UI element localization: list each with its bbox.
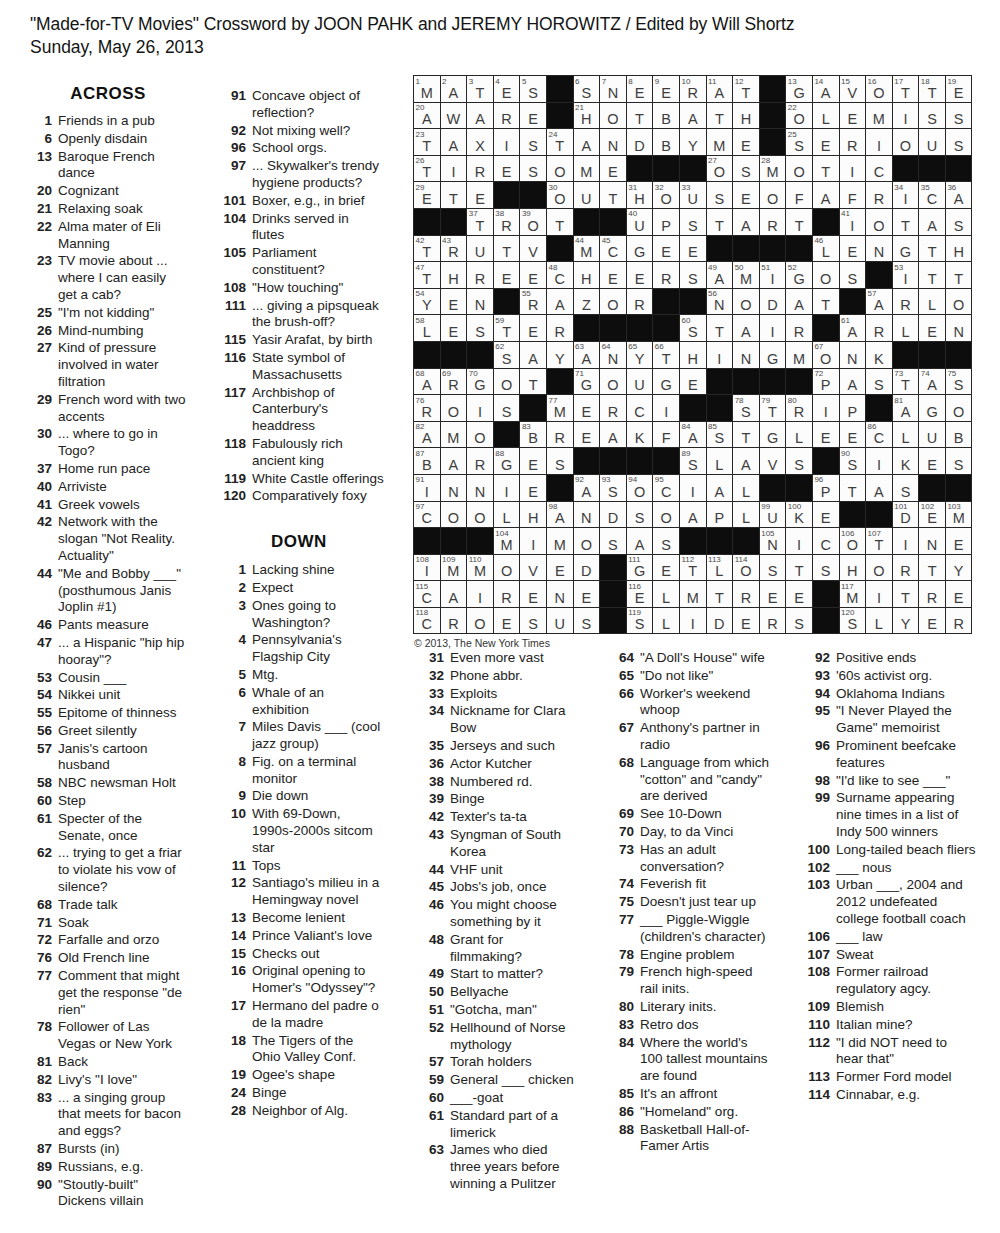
clue-item[interactable]: 118Fabulously rich ancient king [214,436,384,470]
grid-cell[interactable]: N [733,342,759,368]
clue-item[interactable]: 43Syngman of South Korea [418,827,578,861]
clue-item[interactable]: 60Step [28,793,188,810]
grid-cell[interactable]: 17T [893,76,919,102]
grid-cell[interactable]: 112T [680,555,706,581]
grid-cell[interactable]: 113L [707,555,733,581]
grid-cell[interactable]: E [627,262,653,288]
grid-cell[interactable]: O [494,555,520,581]
grid-cell[interactable]: V [520,555,546,581]
clue-item[interactable]: 78Engine problem [608,947,772,964]
clue-item[interactable]: 91Concave object of reflection? [214,88,384,122]
grid-cell[interactable]: 70G [467,369,493,395]
clue-item[interactable]: 87Bursts (in) [28,1141,188,1158]
grid-cell[interactable]: 114O [733,555,759,581]
grid-cell[interactable]: N [946,315,972,341]
grid-cell[interactable]: O [600,289,626,315]
grid-cell[interactable]: 100K [786,502,812,528]
clue-item[interactable]: 62... trying to get a friar to violate h… [28,845,188,895]
grid-cell[interactable]: A [547,289,573,315]
clue-item[interactable]: 77Comment that might get the response "d… [28,968,188,1018]
grid-cell[interactable]: 15V [840,76,866,102]
clue-item[interactable]: 90"Stoutly-built" Dickens villain [28,1177,188,1211]
grid-cell[interactable]: 111G [627,555,653,581]
clue-item[interactable]: 50Bellyache [418,984,578,1001]
grid-cell[interactable]: A [733,448,759,474]
grid-cell[interactable]: I [707,342,733,368]
grid-cell[interactable]: G [760,342,786,368]
grid-cell[interactable]: 7N [600,76,626,102]
grid-cell[interactable]: T [520,369,546,395]
grid-cell[interactable]: R [893,555,919,581]
grid-cell[interactable]: 56N [707,289,733,315]
grid-cell[interactable]: R [786,315,812,341]
grid-cell[interactable]: S [919,103,945,129]
grid-cell[interactable]: 30O [547,182,573,208]
clue-item[interactable]: 41Greek vowels [28,497,188,514]
grid-cell[interactable]: 13G [786,76,812,102]
grid-cell[interactable]: S [760,555,786,581]
clue-item[interactable]: 4Pennsylvania's Flagship City [214,632,384,666]
grid-cell[interactable]: A [600,422,626,448]
grid-cell[interactable]: N [467,289,493,315]
grid-cell[interactable]: O [494,369,520,395]
clue-item[interactable]: 48Grant for filmmaking? [418,932,578,966]
grid-cell[interactable]: I [893,103,919,129]
clue-item[interactable]: 44VHF unit [418,862,578,879]
clue-item[interactable]: 9Die down [214,788,384,805]
grid-cell[interactable]: O [600,103,626,129]
grid-cell[interactable]: D [760,289,786,315]
grid-cell[interactable]: T [813,156,839,182]
grid-cell[interactable]: R [866,182,892,208]
grid-cell[interactable]: T [707,581,733,607]
grid-cell[interactable]: E [441,289,467,315]
grid-cell[interactable]: S [946,129,972,155]
grid-cell[interactable]: E [733,182,759,208]
grid-cell[interactable]: B [946,422,972,448]
grid-cell[interactable]: S [653,528,679,554]
grid-cell[interactable]: S [680,262,706,288]
grid-cell[interactable]: E [680,369,706,395]
grid-cell[interactable]: 117M [840,581,866,607]
clue-item[interactable]: 21Relaxing soak [28,201,188,218]
grid-cell[interactable]: 58L [414,315,440,341]
grid-cell[interactable]: T [813,289,839,315]
grid-cell[interactable]: 66T [653,342,679,368]
grid-cell[interactable]: 10R [680,76,706,102]
grid-cell[interactable]: U [467,236,493,262]
grid-cell[interactable]: S [840,262,866,288]
clue-item[interactable]: 68Language from which "cotton" and "cand… [608,755,772,805]
grid-cell[interactable]: 47T [414,262,440,288]
grid-cell[interactable]: T [840,475,866,501]
clue-item[interactable]: 58NBC newsman Holt [28,775,188,792]
clue-item[interactable]: 61Standard part of a limerick [418,1108,578,1142]
grid-cell[interactable]: E [467,182,493,208]
grid-cell[interactable]: C [866,156,892,182]
grid-cell[interactable]: E [946,581,972,607]
grid-cell[interactable]: I [467,395,493,421]
clue-item[interactable]: 115Yasir Arafat, by birth [214,332,384,349]
clue-item[interactable]: 12Santiago's milieu in a Hemingway novel [214,875,384,909]
grid-cell[interactable]: E [813,502,839,528]
grid-cell[interactable]: O [866,555,892,581]
clue-item[interactable]: 71Soak [28,915,188,932]
grid-cell[interactable]: 20A [414,103,440,129]
grid-cell[interactable]: I [494,475,520,501]
grid-cell[interactable]: T [707,209,733,235]
grid-cell[interactable]: A [813,182,839,208]
grid-cell[interactable]: E [786,581,812,607]
grid-cell[interactable]: 83B [520,422,546,448]
grid-cell[interactable]: 107T [866,528,892,554]
grid-cell[interactable]: I [760,315,786,341]
grid-cell[interactable]: R [893,289,919,315]
grid-cell[interactable]: T [919,262,945,288]
clue-item[interactable]: 46You might choose something by it [418,897,578,931]
clue-item[interactable]: 2Expect [214,580,384,597]
grid-cell[interactable]: 106O [840,528,866,554]
grid-cell[interactable]: D [574,555,600,581]
grid-cell[interactable]: R [733,581,759,607]
grid-cell[interactable]: A [441,581,467,607]
grid-cell[interactable]: O [653,502,679,528]
grid-cell[interactable]: F [786,182,812,208]
clue-item[interactable]: 83... a singing group that meets for bac… [28,1090,188,1140]
grid-cell[interactable]: O [441,395,467,421]
grid-cell[interactable]: C [813,528,839,554]
grid-cell[interactable]: 80R [786,395,812,421]
grid-cell[interactable]: 25S [786,129,812,155]
clue-item[interactable]: 56Greet silently [28,723,188,740]
clue-item[interactable]: 18The Tigers of the Ohio Valley Conf. [214,1033,384,1067]
grid-cell[interactable]: E [574,422,600,448]
grid-cell[interactable]: E [520,581,546,607]
grid-cell[interactable]: 86C [866,422,892,448]
grid-cell[interactable]: 1M [414,76,440,102]
grid-cell[interactable]: 109M [441,555,467,581]
grid-cell[interactable]: E [919,448,945,474]
grid-cell[interactable]: I [866,581,892,607]
clue-item[interactable]: 44"Me and Bobby ___" (posthumous Janis J… [28,566,188,616]
clue-item[interactable]: 31Even more vast [418,650,578,667]
clue-item[interactable]: 82Livy's "I love" [28,1072,188,1089]
grid-cell[interactable]: 2A [441,76,467,102]
clue-item[interactable]: 94Oklahoma Indians [796,686,976,703]
clue-item[interactable]: 63James who died three years before winn… [418,1142,578,1192]
grid-cell[interactable]: U [627,369,653,395]
clue-item[interactable]: 114Cinnabar, e.g. [796,1087,976,1104]
grid-cell[interactable]: L [813,103,839,129]
grid-cell[interactable]: 105N [760,528,786,554]
clue-item[interactable]: 93'60s activist org. [796,668,976,685]
grid-cell[interactable]: U [574,182,600,208]
grid-cell[interactable]: B [653,129,679,155]
grid-cell[interactable]: 65Y [627,342,653,368]
grid-cell[interactable]: T [707,103,733,129]
grid-cell[interactable]: 8E [627,76,653,102]
grid-cell[interactable]: 29E [414,182,440,208]
grid-cell[interactable]: 92A [574,475,600,501]
grid-cell[interactable]: G [627,236,653,262]
clue-item[interactable]: 72Farfalle and orzo [28,932,188,949]
clue-item[interactable]: 7Miles Davis ___ (cool jazz group) [214,719,384,753]
grid-cell[interactable]: 38R [494,209,520,235]
grid-cell[interactable]: E [520,262,546,288]
clue-item[interactable]: 97... Skywalker's trendy hygiene product… [214,158,384,192]
clue-item[interactable]: 111... giving a pipsqueak the brush-off? [214,298,384,332]
grid-cell[interactable]: 14A [813,76,839,102]
grid-cell[interactable]: M [866,103,892,129]
grid-cell[interactable]: E [946,528,972,554]
grid-cell[interactable]: N [574,502,600,528]
clue-item[interactable]: 47... a Hispanic "hip hip hooray"? [28,635,188,669]
grid-cell[interactable]: T [786,209,812,235]
grid-cell[interactable]: 72P [813,369,839,395]
clue-item[interactable]: 1Friends in a pub [28,113,188,130]
grid-cell[interactable]: E [547,555,573,581]
clue-item[interactable]: 55Epitome of thinness [28,705,188,722]
grid-cell[interactable]: 5S [520,76,546,102]
clue-item[interactable]: 92Not mixing well? [214,123,384,140]
clue-item[interactable]: 65"Do not like" [608,668,772,685]
grid-cell[interactable]: 55R [520,289,546,315]
clue-item[interactable]: 36Actor Kutcher [418,756,578,773]
grid-cell[interactable]: 37T [467,209,493,235]
grid-cell[interactable]: 46L [813,236,839,262]
grid-cell[interactable]: 75S [946,369,972,395]
grid-cell[interactable]: 84A [680,422,706,448]
clue-item[interactable]: 98"I'd like to see ___" [796,773,976,790]
grid-cell[interactable]: S [866,369,892,395]
grid-cell[interactable]: V [520,236,546,262]
grid-cell[interactable]: O [813,262,839,288]
grid-cell[interactable]: A [919,209,945,235]
grid-cell[interactable]: 78S [733,395,759,421]
grid-cell[interactable]: S [946,103,972,129]
grid-cell[interactable]: U [547,608,573,634]
clue-item[interactable]: 76Old French line [28,950,188,967]
grid-cell[interactable]: T [600,182,626,208]
grid-cell[interactable]: L [786,422,812,448]
grid-cell[interactable]: 35C [919,182,945,208]
clue-item[interactable]: 20Cognizant [28,183,188,200]
grid-cell[interactable]: E [840,103,866,129]
grid-cell[interactable]: I [653,395,679,421]
grid-cell[interactable]: H [946,236,972,262]
clue-item[interactable]: 57Torah holders [418,1054,578,1071]
grid-cell[interactable]: N [840,342,866,368]
clue-item[interactable]: 79French high-speed rail inits. [608,964,772,998]
grid-cell[interactable]: S [733,156,759,182]
grid-cell[interactable]: M [574,156,600,182]
grid-cell[interactable]: T [441,182,467,208]
clue-item[interactable]: 25"I'm not kidding" [28,305,188,322]
grid-cell[interactable]: Y [547,342,573,368]
grid-cell[interactable]: 94O [627,475,653,501]
grid-cell[interactable]: D [600,502,626,528]
grid-cell[interactable]: 95C [653,475,679,501]
grid-cell[interactable]: 48C [547,262,573,288]
clue-item[interactable]: 69See 10-Down [608,806,772,823]
clue-item[interactable]: 6Whale of an exhibition [214,685,384,719]
clue-item[interactable]: 33Exploits [418,686,578,703]
grid-cell[interactable]: A [680,103,706,129]
grid-cell[interactable]: K [866,342,892,368]
clue-item[interactable]: 28Neighbor of Alg. [214,1103,384,1120]
grid-cell[interactable]: O [600,369,626,395]
grid-cell[interactable]: I [840,156,866,182]
grid-cell[interactable]: 98A [547,502,573,528]
grid-cell[interactable]: L [653,581,679,607]
grid-cell[interactable]: 40U [627,209,653,235]
clue-item[interactable]: 113Former Ford model [796,1069,976,1086]
clue-item[interactable]: 27Kind of pressure involved in water fil… [28,340,188,390]
grid-cell[interactable]: T [893,581,919,607]
grid-cell[interactable]: S [946,209,972,235]
clue-item[interactable]: 103Urban ___, 2004 and 2012 undefeated c… [796,877,976,927]
clue-item[interactable]: 120Comparatively foxy [214,488,384,505]
grid-cell[interactable]: O [786,156,812,182]
clue-item[interactable]: 42Network with the slogan "Not Reality. … [28,514,188,564]
grid-cell[interactable]: I [866,448,892,474]
clue-item[interactable]: 101Boxer, e.g., in brief [214,193,384,210]
clue-item[interactable]: 80Literary inits. [608,999,772,1016]
clue-item[interactable]: 105Parliament constituent? [214,245,384,279]
clue-item[interactable]: 30... where to go in Togo? [28,426,188,460]
clue-item[interactable]: 85It's an affront [608,1086,772,1103]
grid-cell[interactable]: O [760,182,786,208]
clue-item[interactable]: 119White Castle offerings [214,471,384,488]
grid-cell[interactable]: E [733,129,759,155]
grid-cell[interactable]: 26T [414,156,440,182]
grid-cell[interactable]: I [786,528,812,554]
grid-cell[interactable]: 88G [494,448,520,474]
grid-cell[interactable]: 115C [414,581,440,607]
grid-cell[interactable]: M [786,342,812,368]
grid-cell[interactable]: A [786,289,812,315]
grid-cell[interactable]: E [574,395,600,421]
clue-item[interactable]: 109Blemish [796,999,976,1016]
grid-cell[interactable]: 64N [600,342,626,368]
grid-cell[interactable]: O [467,608,493,634]
clue-item[interactable]: 38Numbered rd. [418,774,578,791]
grid-cell[interactable]: 6S [574,76,600,102]
clue-item[interactable]: 32Phone abbr. [418,668,578,685]
grid-cell[interactable]: E [653,555,679,581]
grid-cell[interactable]: R [946,608,972,634]
grid-cell[interactable]: P [653,209,679,235]
grid-cell[interactable]: S [547,448,573,474]
grid-cell[interactable]: A [441,448,467,474]
grid-cell[interactable]: G [893,236,919,262]
grid-cell[interactable]: E [520,103,546,129]
grid-cell[interactable]: I [680,608,706,634]
grid-cell[interactable]: S [520,156,546,182]
grid-cell[interactable]: N [919,528,945,554]
grid-cell[interactable]: R [467,156,493,182]
clue-item[interactable]: 112"I did NOT need to hear that" [796,1035,976,1069]
grid-cell[interactable]: R [760,209,786,235]
grid-cell[interactable]: R [840,129,866,155]
grid-cell[interactable]: I [494,129,520,155]
clue-item[interactable]: 70Day, to da Vinci [608,824,772,841]
clue-item[interactable]: 22Alma mater of Eli Manning [28,219,188,253]
grid-cell[interactable]: A [467,103,493,129]
grid-cell[interactable]: 96P [813,475,839,501]
grid-cell[interactable]: L [866,608,892,634]
grid-cell[interactable]: S [893,475,919,501]
grid-cell[interactable]: L [733,475,759,501]
grid-cell[interactable]: 43R [441,236,467,262]
grid-cell[interactable]: S [813,555,839,581]
grid-cell[interactable]: S [707,182,733,208]
clue-item[interactable]: 16Original opening to Homer's "Odyssey"? [214,963,384,997]
grid-cell[interactable]: M [680,581,706,607]
clue-item[interactable]: 59General ___ chicken [418,1072,578,1089]
grid-cell[interactable]: A [840,369,866,395]
grid-cell[interactable]: 54Y [414,289,440,315]
grid-cell[interactable]: R [653,262,679,288]
grid-cell[interactable]: 49A [707,262,733,288]
grid-cell[interactable]: I [441,156,467,182]
clue-item[interactable]: 95"I Never Played the Game" memoirist [796,703,976,737]
grid-cell[interactable]: 16O [866,76,892,102]
clue-item[interactable]: 81Back [28,1054,188,1071]
grid-cell[interactable]: 110M [467,555,493,581]
grid-cell[interactable]: T [707,315,733,341]
grid-cell[interactable]: 101D [893,502,919,528]
grid-cell[interactable]: 104M [494,528,520,554]
grid-cell[interactable]: 62S [494,342,520,368]
grid-cell[interactable]: D [707,608,733,634]
grid-cell[interactable]: R [467,262,493,288]
grid-cell[interactable]: 53I [893,262,919,288]
clue-item[interactable]: 19Ogee's shape [214,1067,384,1084]
grid-cell[interactable]: 28M [760,156,786,182]
grid-cell[interactable]: 52G [786,262,812,288]
grid-cell[interactable]: R [547,315,573,341]
clue-item[interactable]: 96Prominent beefcake features [796,738,976,772]
clue-item[interactable]: 106___ law [796,929,976,946]
grid-cell[interactable]: R [441,608,467,634]
clue-item[interactable]: 66Worker's weekend whoop [608,686,772,720]
grid-cell[interactable]: 11A [707,76,733,102]
grid-cell[interactable]: E [840,236,866,262]
clue-item[interactable]: 73Has an adult conversation? [608,842,772,876]
clue-item[interactable]: 6Openly disdain [28,131,188,148]
grid-cell[interactable]: S [786,448,812,474]
grid-cell[interactable]: I [467,581,493,607]
clue-item[interactable]: 10With 69-Down, 1990s-2000s sitcom star [214,806,384,856]
grid-cell[interactable]: 97C [414,502,440,528]
clue-item[interactable]: 83Retro dos [608,1017,772,1034]
grid-cell[interactable]: E [494,262,520,288]
clue-item[interactable]: 3Ones going to Washington? [214,598,384,632]
grid-cell[interactable]: H [441,262,467,288]
clue-item[interactable]: 96School orgs. [214,140,384,157]
grid-cell[interactable]: H [680,342,706,368]
grid-cell[interactable]: 44M [574,236,600,262]
grid-cell[interactable]: A [441,129,467,155]
grid-cell[interactable]: T [893,209,919,235]
grid-cell[interactable]: E [520,448,546,474]
clue-item[interactable]: 99Surname appearing nine times in a list… [796,790,976,840]
clue-item[interactable]: 116State symbol of Massachusetts [214,350,384,384]
grid-cell[interactable]: F [840,182,866,208]
grid-cell[interactable]: S [467,315,493,341]
grid-cell[interactable]: S [494,395,520,421]
